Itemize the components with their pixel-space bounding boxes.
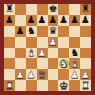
square-a2[interactable] <box>4 69 15 80</box>
square-d6[interactable] <box>37 26 48 37</box>
square-f4[interactable] <box>58 48 69 59</box>
square-d7[interactable]: ♟ <box>37 15 48 26</box>
square-c2[interactable]: ♟ <box>26 69 37 80</box>
white-bishop-piece[interactable]: ♝ <box>70 59 79 69</box>
black-king-piece[interactable]: ♚ <box>48 4 57 14</box>
square-h6[interactable] <box>80 26 91 37</box>
black-pawn-piece[interactable]: ♟ <box>38 15 47 25</box>
black-pawn-piece[interactable]: ♟ <box>16 26 25 36</box>
square-b3[interactable] <box>15 58 26 69</box>
square-f1[interactable]: ♚ <box>58 80 69 91</box>
square-a7[interactable]: ♟ <box>4 15 15 26</box>
white-rook-piece[interactable]: ♜ <box>5 81 14 91</box>
square-f8[interactable] <box>58 4 69 15</box>
square-d1[interactable] <box>37 80 48 91</box>
square-a5[interactable] <box>4 37 15 48</box>
square-e4[interactable] <box>48 48 59 59</box>
black-rook-piece[interactable]: ♜ <box>81 4 90 14</box>
square-g1[interactable] <box>69 80 80 91</box>
white-pawn-piece[interactable]: ♟ <box>48 37 57 47</box>
black-pawn-piece[interactable]: ♟ <box>70 15 79 25</box>
square-e7[interactable]: ♟ <box>48 15 59 26</box>
square-b1[interactable] <box>15 80 26 91</box>
square-c8[interactable] <box>26 4 37 15</box>
square-e6[interactable]: ♛ <box>48 26 59 37</box>
square-c7[interactable]: ♟ <box>26 15 37 26</box>
board-frame: ♜♚♜♟♟♟♟♟♟♟♟♞♛♟♝♟♞♞♝♟♟♛♟♟♜♚♜ <box>0 0 95 95</box>
square-a1[interactable]: ♜ <box>4 80 15 91</box>
square-g4[interactable]: ♞ <box>69 48 80 59</box>
square-f5[interactable] <box>58 37 69 48</box>
black-knight-piece[interactable]: ♞ <box>70 48 79 58</box>
square-d3[interactable] <box>37 58 48 69</box>
square-b6[interactable]: ♟ <box>15 26 26 37</box>
square-a6[interactable] <box>4 26 15 37</box>
square-c3[interactable] <box>26 58 37 69</box>
white-king-piece[interactable]: ♚ <box>59 81 68 91</box>
square-h2[interactable]: ♟ <box>80 69 91 80</box>
square-c4[interactable]: ♝ <box>26 48 37 59</box>
white-pawn-piece[interactable]: ♟ <box>81 70 90 80</box>
square-a3[interactable] <box>4 58 15 69</box>
square-g6[interactable] <box>69 26 80 37</box>
square-h5[interactable] <box>80 37 91 48</box>
square-d5[interactable] <box>37 37 48 48</box>
square-e3[interactable] <box>48 58 59 69</box>
black-pawn-piece[interactable]: ♟ <box>48 15 57 25</box>
square-f2[interactable] <box>58 69 69 80</box>
white-pawn-piece[interactable]: ♟ <box>70 70 79 80</box>
square-d2[interactable]: ♛ <box>37 69 48 80</box>
square-b5[interactable] <box>15 37 26 48</box>
square-h4[interactable] <box>80 48 91 59</box>
square-a8[interactable]: ♜ <box>4 4 15 15</box>
white-knight-piece[interactable]: ♞ <box>59 59 68 69</box>
white-pawn-piece[interactable]: ♟ <box>27 70 36 80</box>
square-a4[interactable] <box>4 48 15 59</box>
square-f7[interactable]: ♟ <box>58 15 69 26</box>
white-pawn-piece[interactable]: ♟ <box>38 48 47 58</box>
square-g3[interactable]: ♝ <box>69 58 80 69</box>
black-pawn-piece[interactable]: ♟ <box>59 15 68 25</box>
square-e1[interactable] <box>48 80 59 91</box>
square-b7[interactable] <box>15 15 26 26</box>
square-b4[interactable] <box>15 48 26 59</box>
square-b2[interactable]: ♟ <box>15 69 26 80</box>
square-c6[interactable]: ♞ <box>26 26 37 37</box>
white-queen-piece[interactable]: ♛ <box>38 70 47 80</box>
black-pawn-piece[interactable]: ♟ <box>5 15 14 25</box>
square-b8[interactable] <box>15 4 26 15</box>
square-e5[interactable]: ♟ <box>48 37 59 48</box>
square-f3[interactable]: ♞ <box>58 58 69 69</box>
chess-board: ♜♚♜♟♟♟♟♟♟♟♟♞♛♟♝♟♞♞♝♟♟♛♟♟♜♚♜ <box>4 4 91 91</box>
square-e2[interactable] <box>48 69 59 80</box>
square-g8[interactable] <box>69 4 80 15</box>
square-f6[interactable] <box>58 26 69 37</box>
square-c5[interactable] <box>26 37 37 48</box>
black-pawn-piece[interactable]: ♟ <box>81 15 90 25</box>
square-g2[interactable]: ♟ <box>69 69 80 80</box>
square-h1[interactable]: ♜ <box>80 80 91 91</box>
square-d8[interactable] <box>37 4 48 15</box>
square-h8[interactable]: ♜ <box>80 4 91 15</box>
square-g5[interactable] <box>69 37 80 48</box>
square-h3[interactable] <box>80 58 91 69</box>
white-pawn-piece[interactable]: ♟ <box>16 70 25 80</box>
square-c1[interactable] <box>26 80 37 91</box>
square-d4[interactable]: ♟ <box>37 48 48 59</box>
black-knight-piece[interactable]: ♞ <box>27 26 36 36</box>
square-h7[interactable]: ♟ <box>80 15 91 26</box>
black-rook-piece[interactable]: ♜ <box>5 4 14 14</box>
black-queen-piece[interactable]: ♛ <box>48 26 57 36</box>
white-bishop-piece[interactable]: ♝ <box>27 48 36 58</box>
square-g7[interactable]: ♟ <box>69 15 80 26</box>
black-pawn-piece[interactable]: ♟ <box>27 15 36 25</box>
white-rook-piece[interactable]: ♜ <box>81 81 90 91</box>
square-e8[interactable]: ♚ <box>48 4 59 15</box>
